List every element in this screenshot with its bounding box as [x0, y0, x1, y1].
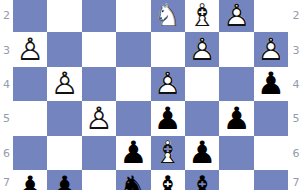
black-pawn-icon[interactable]: ♟ [254, 67, 288, 101]
square-g6[interactable] [47, 136, 81, 170]
square-b2[interactable]: ♟♙ [219, 0, 253, 32]
square-b4[interactable] [219, 67, 253, 101]
black-pawn-icon[interactable]: ♟ [151, 101, 185, 135]
rank-label-left-2: 2 [0, 10, 13, 21]
square-d6[interactable]: ♝♗ [151, 136, 185, 170]
white-pawn-icon[interactable]: ♟♙ [219, 0, 253, 32]
square-a3[interactable]: ♟♙ [254, 32, 288, 66]
square-a4[interactable]: ♟ [254, 67, 288, 101]
square-c3[interactable]: ♟♙ [185, 32, 219, 66]
square-c4[interactable] [185, 67, 219, 101]
square-b5[interactable]: ♟ [219, 101, 253, 135]
white-knight-icon[interactable]: ♞♘ [151, 0, 185, 32]
white-pawn-icon[interactable]: ♟♙ [151, 67, 185, 101]
square-c2[interactable]: ♝♗ [185, 0, 219, 32]
square-f7[interactable] [82, 170, 116, 190]
rank-label-left-5: 5 [0, 113, 13, 124]
square-h2[interactable] [13, 0, 47, 32]
square-g7[interactable]: ♟ [47, 170, 81, 190]
square-h7[interactable]: ♟ [13, 170, 47, 190]
white-pawn-outline: ♙ [47, 67, 81, 101]
square-h6[interactable] [13, 136, 47, 170]
rank-label-right-4: 4 [288, 79, 304, 90]
square-a6[interactable] [254, 136, 288, 170]
black-bishop-icon[interactable]: ♝ [185, 170, 219, 190]
square-c5[interactable] [185, 101, 219, 135]
white-pawn-icon[interactable]: ♟♙ [254, 32, 288, 66]
rank-label-right-2: 2 [288, 10, 304, 21]
black-pawn-icon[interactable]: ♟ [13, 170, 47, 190]
rank-label-left-3: 3 [0, 44, 13, 55]
square-h5[interactable] [13, 101, 47, 135]
white-bishop-outline: ♗ [185, 0, 219, 32]
square-d4[interactable]: ♟♙ [151, 67, 185, 101]
square-c6[interactable]: ♟ [185, 136, 219, 170]
chess-board: ♞♘♝♗♟♙♟♙♟♙♟♙♟♙♟♙♟♟♙♟♟♟♝♗♟♟♟♞♝♝ [13, 0, 288, 190]
square-a5[interactable] [254, 101, 288, 135]
chess-board-view: ♞♘♝♗♟♙♟♙♟♙♟♙♟♙♟♙♟♟♙♟♟♟♝♗♟♟♟♞♝♝ 223344556… [0, 0, 304, 190]
white-pawn-icon[interactable]: ♟♙ [13, 32, 47, 66]
square-e7[interactable]: ♞ [116, 170, 150, 190]
black-pawn-icon[interactable]: ♟ [185, 136, 219, 170]
square-g3[interactable] [47, 32, 81, 66]
rank-label-right-3: 3 [288, 44, 304, 55]
rank-label-right-7: 7 [288, 177, 304, 188]
rank-label-left-6: 6 [0, 147, 13, 158]
white-bishop-icon[interactable]: ♝♗ [151, 136, 185, 170]
white-knight-outline: ♘ [151, 0, 185, 32]
white-pawn-outline: ♙ [185, 32, 219, 66]
white-pawn-outline: ♙ [82, 101, 116, 135]
black-knight-icon[interactable]: ♞ [116, 170, 150, 190]
white-pawn-outline: ♙ [13, 32, 47, 66]
square-d5[interactable]: ♟ [151, 101, 185, 135]
square-d3[interactable] [151, 32, 185, 66]
square-f3[interactable] [82, 32, 116, 66]
black-pawn-icon[interactable]: ♟ [47, 170, 81, 190]
square-a2[interactable] [254, 0, 288, 32]
square-e2[interactable] [116, 0, 150, 32]
white-bishop-icon[interactable]: ♝♗ [185, 0, 219, 32]
white-pawn-icon[interactable]: ♟♙ [47, 67, 81, 101]
rank-label-left-4: 4 [0, 79, 13, 90]
square-g5[interactable] [47, 101, 81, 135]
rank-label-left-7: 7 [0, 177, 13, 188]
square-e6[interactable]: ♟ [116, 136, 150, 170]
square-b6[interactable] [219, 136, 253, 170]
white-pawn-icon[interactable]: ♟♙ [82, 101, 116, 135]
square-b7[interactable] [219, 170, 253, 190]
square-e4[interactable] [116, 67, 150, 101]
square-d2[interactable]: ♞♘ [151, 0, 185, 32]
square-h4[interactable] [13, 67, 47, 101]
square-d7[interactable]: ♝ [151, 170, 185, 190]
rank-label-right-5: 5 [288, 113, 304, 124]
white-pawn-outline: ♙ [219, 0, 253, 32]
black-pawn-icon[interactable]: ♟ [219, 101, 253, 135]
square-e5[interactable] [116, 101, 150, 135]
square-f5[interactable]: ♟♙ [82, 101, 116, 135]
square-g4[interactable]: ♟♙ [47, 67, 81, 101]
square-c7[interactable]: ♝ [185, 170, 219, 190]
rank-label-right-6: 6 [288, 147, 304, 158]
square-g2[interactable] [47, 0, 81, 32]
square-e3[interactable] [116, 32, 150, 66]
black-bishop-icon[interactable]: ♝ [151, 170, 185, 190]
square-f6[interactable] [82, 136, 116, 170]
white-pawn-icon[interactable]: ♟♙ [185, 32, 219, 66]
square-f4[interactable] [82, 67, 116, 101]
square-b3[interactable] [219, 32, 253, 66]
square-f2[interactable] [82, 0, 116, 32]
white-pawn-outline: ♙ [151, 67, 185, 101]
black-pawn-icon[interactable]: ♟ [116, 136, 150, 170]
square-h3[interactable]: ♟♙ [13, 32, 47, 66]
white-bishop-outline: ♗ [151, 136, 185, 170]
square-a7[interactable] [254, 170, 288, 190]
white-pawn-outline: ♙ [254, 32, 288, 66]
